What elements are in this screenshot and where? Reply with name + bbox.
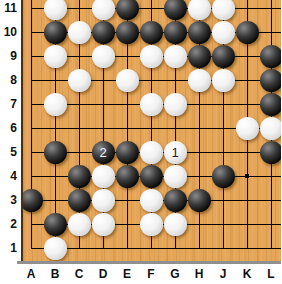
black-stone-K10	[236, 21, 259, 44]
black-stone-E11	[116, 0, 139, 20]
intersection-L8	[259, 68, 281, 92]
row-label-4: 4	[0, 164, 19, 188]
white-stone-C10	[68, 21, 91, 44]
intersection-A2[interactable]	[21, 212, 43, 236]
white-stone-F3	[140, 189, 163, 212]
intersection-F3	[139, 188, 163, 212]
black-stone-B2	[44, 213, 67, 236]
row-label-3: 3	[0, 188, 19, 212]
intersection-G1[interactable]	[163, 236, 187, 260]
intersection-C9[interactable]	[67, 44, 91, 68]
intersection-E2[interactable]	[115, 212, 139, 236]
black-stone-C3	[68, 189, 91, 212]
intersection-J3[interactable]	[211, 188, 235, 212]
white-stone-C2	[68, 213, 91, 236]
white-stone-F7	[140, 93, 163, 116]
intersection-F2	[139, 212, 163, 236]
intersection-C10	[67, 20, 91, 44]
intersection-L11[interactable]	[259, 0, 281, 20]
black-stone-D5: 2	[92, 141, 115, 164]
intersection-G6[interactable]	[163, 116, 187, 140]
intersection-J5[interactable]	[211, 140, 235, 164]
col-label-J: J	[211, 264, 235, 284]
intersection-K4[interactable]	[235, 164, 259, 188]
intersection-F8[interactable]	[139, 68, 163, 92]
white-stone-F5	[140, 141, 163, 164]
intersection-H4[interactable]	[187, 164, 211, 188]
black-stone-G3	[164, 189, 187, 212]
intersection-A3	[21, 188, 43, 212]
go-diagram: 21 1110987654321 ABCDEFGHJKL	[0, 0, 281, 284]
intersection-K7[interactable]	[235, 92, 259, 116]
black-stone-E10	[116, 21, 139, 44]
intersection-F10	[139, 20, 163, 44]
col-label-C: C	[67, 264, 91, 284]
intersection-F9	[139, 44, 163, 68]
intersection-F11[interactable]	[139, 0, 163, 20]
black-stone-B10	[44, 21, 67, 44]
intersection-G2	[163, 212, 187, 236]
intersection-C1[interactable]	[67, 236, 91, 260]
intersection-C7[interactable]	[67, 92, 91, 116]
intersection-E4	[115, 164, 139, 188]
intersection-L5	[259, 140, 281, 164]
white-stone-B9	[44, 45, 67, 68]
intersection-J10	[211, 20, 235, 44]
intersection-D4	[91, 164, 115, 188]
intersection-B2	[43, 212, 67, 236]
black-stone-F4	[140, 165, 163, 188]
intersection-L7	[259, 92, 281, 116]
white-stone-J8	[212, 69, 235, 92]
black-stone-H9	[188, 45, 211, 68]
intersection-B5	[43, 140, 67, 164]
white-stone-B1	[44, 237, 67, 260]
row-label-11: 11	[0, 0, 19, 20]
intersection-C2	[67, 212, 91, 236]
intersection-H11	[187, 0, 211, 20]
white-stone-J11	[212, 0, 235, 20]
intersection-L6	[259, 116, 281, 140]
black-stone-D10	[92, 21, 115, 44]
intersection-C8	[67, 68, 91, 92]
intersection-E7[interactable]	[115, 92, 139, 116]
intersection-H2[interactable]	[187, 212, 211, 236]
intersection-J2[interactable]	[211, 212, 235, 236]
intersection-J1[interactable]	[211, 236, 235, 260]
intersection-F7	[139, 92, 163, 116]
intersection-E9[interactable]	[115, 44, 139, 68]
intersection-H10	[187, 20, 211, 44]
intersection-B11	[43, 0, 67, 20]
intersection-D6[interactable]	[91, 116, 115, 140]
col-label-B: B	[43, 264, 67, 284]
intersection-A1[interactable]	[21, 236, 43, 260]
intersection-E5	[115, 140, 139, 164]
col-label-A: A	[19, 264, 43, 284]
intersection-C3	[67, 188, 91, 212]
intersection-F6[interactable]	[139, 116, 163, 140]
intersection-C4	[67, 164, 91, 188]
intersection-A10[interactable]	[21, 20, 43, 44]
white-stone-G5: 1	[164, 141, 187, 164]
intersection-A5[interactable]	[21, 140, 43, 164]
intersection-D9	[91, 44, 115, 68]
white-stone-D4	[92, 165, 115, 188]
intersection-K2[interactable]	[235, 212, 259, 236]
intersection-F1[interactable]	[139, 236, 163, 260]
intersection-E6[interactable]	[115, 116, 139, 140]
black-stone-A3	[21, 189, 43, 212]
black-stone-G11	[164, 0, 187, 20]
white-stone-D2	[92, 213, 115, 236]
intersection-G3	[163, 188, 187, 212]
intersection-H6[interactable]	[187, 116, 211, 140]
col-label-K: K	[235, 264, 259, 284]
intersection-B1	[43, 236, 67, 260]
intersection-J7[interactable]	[211, 92, 235, 116]
intersection-H3	[187, 188, 211, 212]
intersection-L3[interactable]	[259, 188, 281, 212]
black-stone-E5	[116, 141, 139, 164]
black-stone-L8	[260, 69, 282, 92]
intersection-F4	[139, 164, 163, 188]
intersection-K10	[235, 20, 259, 44]
intersection-B6[interactable]	[43, 116, 67, 140]
intersection-J11	[211, 0, 235, 20]
white-stone-C8	[68, 69, 91, 92]
intersection-E3[interactable]	[115, 188, 139, 212]
intersection-G11	[163, 0, 187, 20]
col-label-D: D	[91, 264, 115, 284]
intersection-K5[interactable]	[235, 140, 259, 164]
black-stone-F10	[140, 21, 163, 44]
intersection-A6[interactable]	[21, 116, 43, 140]
intersection-E1[interactable]	[115, 236, 139, 260]
intersection-G5: 1	[163, 140, 187, 164]
board-wood: 21	[21, 0, 281, 261]
row-label-8: 8	[0, 68, 19, 92]
white-stone-B11	[44, 0, 67, 20]
intersection-G10	[163, 20, 187, 44]
intersection-H8	[187, 68, 211, 92]
intersection-H1[interactable]	[187, 236, 211, 260]
intersection-B9	[43, 44, 67, 68]
white-stone-K6	[236, 117, 259, 140]
white-stone-D3	[92, 189, 115, 212]
black-stone-H3	[188, 189, 211, 212]
white-stone-G2	[164, 213, 187, 236]
white-stone-E8	[116, 69, 139, 92]
intersection-E10	[115, 20, 139, 44]
intersection-L1[interactable]	[259, 236, 281, 260]
intersection-A9[interactable]	[21, 44, 43, 68]
intersection-J4	[211, 164, 235, 188]
black-stone-E4	[116, 165, 139, 188]
white-stone-F2	[140, 213, 163, 236]
intersection-D11	[91, 0, 115, 20]
white-stone-H11	[188, 0, 211, 20]
intersection-C5[interactable]	[67, 140, 91, 164]
intersection-L4[interactable]	[259, 164, 281, 188]
white-stone-D11	[92, 0, 115, 20]
white-stone-F9	[140, 45, 163, 68]
intersection-D1[interactable]	[91, 236, 115, 260]
intersection-J8	[211, 68, 235, 92]
white-stone-L6	[260, 117, 282, 140]
row-label-2: 2	[0, 212, 19, 236]
intersection-H7[interactable]	[187, 92, 211, 116]
intersection-D8[interactable]	[91, 68, 115, 92]
intersection-A8[interactable]	[21, 68, 43, 92]
intersection-C6[interactable]	[67, 116, 91, 140]
col-label-G: G	[163, 264, 187, 284]
intersection-K8[interactable]	[235, 68, 259, 92]
row-label-7: 7	[0, 92, 19, 116]
black-stone-G10	[164, 21, 187, 44]
move-number-2: 2	[99, 146, 106, 159]
intersection-D5: 2	[91, 140, 115, 164]
row-label-9: 9	[0, 44, 19, 68]
star-point-K4	[245, 174, 249, 178]
column-labels: ABCDEFGHJKL	[0, 264, 281, 284]
go-board: 21	[21, 0, 281, 260]
black-stone-H10	[188, 21, 211, 44]
intersection-L2[interactable]	[259, 212, 281, 236]
black-stone-L5	[260, 141, 282, 164]
intersection-B4[interactable]	[43, 164, 67, 188]
black-stone-L9	[260, 45, 282, 68]
intersection-B10	[43, 20, 67, 44]
white-stone-D9	[92, 45, 115, 68]
row-label-10: 10	[0, 20, 19, 44]
intersection-D7[interactable]	[91, 92, 115, 116]
col-label-L: L	[259, 264, 281, 284]
intersection-G7	[163, 92, 187, 116]
intersection-E11	[115, 0, 139, 20]
intersection-A7[interactable]	[21, 92, 43, 116]
col-label-F: F	[139, 264, 163, 284]
intersection-G8[interactable]	[163, 68, 187, 92]
intersection-D10	[91, 20, 115, 44]
intersection-E8	[115, 68, 139, 92]
black-stone-J4	[212, 165, 235, 188]
intersection-G4	[163, 164, 187, 188]
white-stone-G4	[164, 165, 187, 188]
row-label-5: 5	[0, 140, 19, 164]
white-stone-H8	[188, 69, 211, 92]
row-label-6: 6	[0, 116, 19, 140]
black-stone-B5	[44, 141, 67, 164]
intersection-A4[interactable]	[21, 164, 43, 188]
move-number-1: 1	[171, 146, 178, 159]
intersection-H5[interactable]	[187, 140, 211, 164]
intersection-K9[interactable]	[235, 44, 259, 68]
intersection-F5	[139, 140, 163, 164]
black-stone-L7	[260, 93, 282, 116]
intersection-B8[interactable]	[43, 68, 67, 92]
intersection-L9	[259, 44, 281, 68]
intersection-A11[interactable]	[21, 0, 43, 20]
intersection-C11[interactable]	[67, 0, 91, 20]
col-label-H: H	[187, 264, 211, 284]
col-label-E: E	[115, 264, 139, 284]
intersection-K3[interactable]	[235, 188, 259, 212]
intersection-K11[interactable]	[235, 0, 259, 20]
intersection-J9	[211, 44, 235, 68]
white-stone-B7	[44, 93, 67, 116]
intersection-L10[interactable]	[259, 20, 281, 44]
white-stone-G7	[164, 93, 187, 116]
intersection-D3	[91, 188, 115, 212]
intersection-K6	[235, 116, 259, 140]
intersection-H9	[187, 44, 211, 68]
intersection-K1[interactable]	[235, 236, 259, 260]
white-stone-G9	[164, 45, 187, 68]
black-stone-C4	[68, 165, 91, 188]
intersection-D2	[91, 212, 115, 236]
intersection-B7	[43, 92, 67, 116]
black-stone-J9	[212, 45, 235, 68]
intersection-B3[interactable]	[43, 188, 67, 212]
intersection-G9	[163, 44, 187, 68]
white-stone-J10	[212, 21, 235, 44]
row-label-1: 1	[0, 236, 19, 260]
intersection-J6[interactable]	[211, 116, 235, 140]
